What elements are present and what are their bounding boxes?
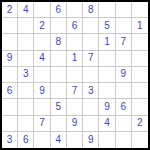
cell-r5c3[interactable] [34,67,50,83]
cell-r9c1[interactable]: 3 [2,132,18,148]
cell-r7c3[interactable] [34,99,50,115]
cell-r8c6[interactable] [83,116,99,132]
cell-r2c5[interactable]: 6 [67,18,83,34]
cell-r4c9[interactable] [132,51,148,67]
cell-r4c4[interactable] [51,51,67,67]
cell-r1c7[interactable] [99,2,115,18]
cell-r9c9[interactable] [132,132,148,148]
cell-r3c2[interactable] [18,34,34,50]
cell-r3c1[interactable] [2,34,18,50]
cell-r5c8[interactable]: 9 [116,67,132,83]
cell-r4c6[interactable]: 7 [83,51,99,67]
cell-r1c6[interactable]: 8 [83,2,99,18]
cell-r4c1[interactable]: 9 [2,51,18,67]
cell-r9c5[interactable] [67,132,83,148]
cell-r2c4[interactable] [51,18,67,34]
cell-r6c5[interactable]: 7 [67,83,83,99]
cell-r7c7[interactable]: 9 [99,99,115,115]
cell-r5c5[interactable] [67,67,83,83]
cell-r7c2[interactable] [18,99,34,115]
cell-r1c3[interactable] [34,2,50,18]
cell-r1c2[interactable]: 4 [18,2,34,18]
cell-r6c1[interactable]: 6 [2,83,18,99]
cell-r1c9[interactable] [132,2,148,18]
cell-r2c8[interactable] [116,18,132,34]
cell-r8c7[interactable]: 4 [99,116,115,132]
cell-r2c9[interactable]: 1 [132,18,148,34]
cell-r2c6[interactable] [83,18,99,34]
cell-r9c2[interactable]: 6 [18,132,34,148]
cell-r5c6[interactable] [83,67,99,83]
cell-r3c8[interactable]: 7 [116,34,132,50]
cell-r3c6[interactable] [83,34,99,50]
cell-r9c8[interactable] [116,132,132,148]
cell-r6c7[interactable] [99,83,115,99]
cell-r7c9[interactable] [132,99,148,115]
cell-r2c3[interactable]: 2 [34,18,50,34]
cell-r4c7[interactable] [99,51,115,67]
cell-r2c2[interactable] [18,18,34,34]
cell-r6c6[interactable]: 3 [83,83,99,99]
cell-r5c2[interactable]: 3 [18,67,34,83]
cell-r3c5[interactable] [67,34,83,50]
cell-r4c8[interactable] [116,51,132,67]
cell-r7c6[interactable] [83,99,99,115]
cell-r5c1[interactable] [2,67,18,83]
cell-r2c1[interactable] [2,18,18,34]
cell-r1c8[interactable] [116,2,132,18]
cell-r8c2[interactable] [18,116,34,132]
cell-r9c3[interactable] [34,132,50,148]
cell-r8c9[interactable]: 2 [132,116,148,132]
cell-r8c4[interactable] [51,116,67,132]
cell-r1c4[interactable]: 6 [51,2,67,18]
cell-r1c1[interactable]: 2 [2,2,18,18]
cell-r2c7[interactable]: 5 [99,18,115,34]
cell-r3c9[interactable] [132,34,148,50]
cell-r4c3[interactable]: 4 [34,51,50,67]
cell-r7c5[interactable] [67,99,83,115]
cell-r9c7[interactable] [99,132,115,148]
cell-r6c2[interactable] [18,83,34,99]
cell-r3c4[interactable]: 8 [51,34,67,50]
cell-r5c9[interactable] [132,67,148,83]
cell-r6c3[interactable]: 9 [34,83,50,99]
cell-r4c2[interactable] [18,51,34,67]
cell-r1c5[interactable] [67,2,83,18]
cell-r9c4[interactable]: 4 [51,132,67,148]
cell-r4c5[interactable]: 1 [67,51,83,67]
cell-r8c3[interactable]: 7 [34,116,50,132]
cell-r3c7[interactable]: 1 [99,34,115,50]
sudoku-board: 24682651817941739697359679423649 [0,0,150,150]
cell-r7c4[interactable]: 5 [51,99,67,115]
cell-r9c6[interactable]: 9 [83,132,99,148]
cell-r3c3[interactable] [34,34,50,50]
cell-r6c8[interactable] [116,83,132,99]
cell-r8c1[interactable] [2,116,18,132]
cell-r6c9[interactable] [132,83,148,99]
cell-r8c8[interactable] [116,116,132,132]
cell-r5c4[interactable] [51,67,67,83]
cell-r7c8[interactable]: 6 [116,99,132,115]
cell-r8c5[interactable]: 9 [67,116,83,132]
cell-r5c7[interactable] [99,67,115,83]
cell-r6c4[interactable] [51,83,67,99]
cell-r7c1[interactable] [2,99,18,115]
